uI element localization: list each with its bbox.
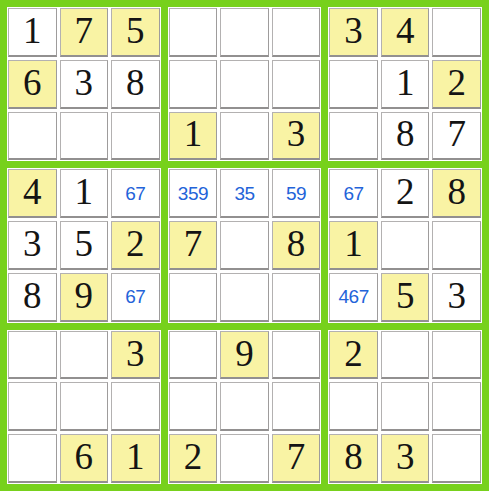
cell-r4c1[interactable]: 4 [8,169,57,218]
cell-r4c4[interactable]: 359 [169,169,218,218]
cell-r6c4[interactable] [169,273,218,322]
sudoku-box-9: 283 [328,330,482,484]
cell-r9c9[interactable] [432,434,481,483]
cell-r2c7[interactable] [329,60,378,109]
cell-r4c7[interactable]: 67 [329,169,378,218]
cell-r1c8[interactable]: 4 [381,8,430,57]
cell-r1c9[interactable] [432,8,481,57]
cell-r6c5[interactable] [220,273,269,322]
cell-r1c3[interactable]: 5 [111,8,160,57]
cell-r1c6[interactable] [272,8,321,57]
cell-r8c8[interactable] [381,382,430,431]
cell-r3c9[interactable]: 7 [432,112,481,161]
sudoku-box-3: 341287 [328,7,482,161]
cell-r6c9[interactable]: 3 [432,273,481,322]
cell-r5c4[interactable]: 7 [169,221,218,270]
cell-r8c5[interactable] [220,382,269,431]
sudoku-board: 1756381334128741673528967359355978672814… [0,0,489,491]
cell-r1c1[interactable]: 1 [8,8,57,57]
cell-r9c3[interactable]: 1 [111,434,160,483]
sudoku-box-6: 6728146753 [328,168,482,322]
sudoku-box-1: 175638 [7,7,161,161]
cell-r4c9[interactable]: 8 [432,169,481,218]
cell-r6c2[interactable]: 9 [60,273,109,322]
cell-r9c7[interactable]: 8 [329,434,378,483]
cell-r1c2[interactable]: 7 [60,8,109,57]
cell-r3c4[interactable]: 1 [169,112,218,161]
cell-r2c1[interactable]: 6 [8,60,57,109]
cell-r8c3[interactable] [111,382,160,431]
cell-r8c1[interactable] [8,382,57,431]
cell-r6c8[interactable]: 5 [381,273,430,322]
cell-r7c9[interactable] [432,331,481,380]
cell-r9c8[interactable]: 3 [381,434,430,483]
cell-r5c6[interactable]: 8 [272,221,321,270]
cell-r4c2[interactable]: 1 [60,169,109,218]
cell-r1c4[interactable] [169,8,218,57]
cell-r3c5[interactable] [220,112,269,161]
cell-r2c9[interactable]: 2 [432,60,481,109]
cell-r8c2[interactable] [60,382,109,431]
sudoku-box-7: 361 [7,330,161,484]
cell-r3c1[interactable] [8,112,57,161]
cell-r2c4[interactable] [169,60,218,109]
cell-r4c5[interactable]: 35 [220,169,269,218]
cell-r3c3[interactable] [111,112,160,161]
cell-r5c5[interactable] [220,221,269,270]
cell-r4c6[interactable]: 59 [272,169,321,218]
cell-r7c6[interactable] [272,331,321,380]
cell-r1c5[interactable] [220,8,269,57]
cell-r5c7[interactable]: 1 [329,221,378,270]
sudoku-box-2: 13 [168,7,322,161]
cell-r9c2[interactable]: 6 [60,434,109,483]
cell-r7c3[interactable]: 3 [111,331,160,380]
cell-r8c6[interactable] [272,382,321,431]
cell-r8c4[interactable] [169,382,218,431]
cell-r2c2[interactable]: 3 [60,60,109,109]
cell-r1c7[interactable]: 3 [329,8,378,57]
cell-r8c7[interactable] [329,382,378,431]
cell-r2c3[interactable]: 8 [111,60,160,109]
cell-r7c1[interactable] [8,331,57,380]
cell-r6c3[interactable]: 67 [111,273,160,322]
cell-r5c1[interactable]: 3 [8,221,57,270]
cell-r3c2[interactable] [60,112,109,161]
cell-r4c3[interactable]: 67 [111,169,160,218]
cell-r6c1[interactable]: 8 [8,273,57,322]
cell-r5c2[interactable]: 5 [60,221,109,270]
cell-r7c7[interactable]: 2 [329,331,378,380]
cell-r9c6[interactable]: 7 [272,434,321,483]
cell-r5c8[interactable] [381,221,430,270]
cell-r2c6[interactable] [272,60,321,109]
sudoku-box-5: 359355978 [168,168,322,322]
cell-r8c9[interactable] [432,382,481,431]
cell-r5c3[interactable]: 2 [111,221,160,270]
cell-r7c4[interactable] [169,331,218,380]
cell-r4c8[interactable]: 2 [381,169,430,218]
cell-r2c8[interactable]: 1 [381,60,430,109]
cell-r3c8[interactable]: 8 [381,112,430,161]
cell-r9c5[interactable] [220,434,269,483]
cell-r9c4[interactable]: 2 [169,434,218,483]
cell-r9c1[interactable] [8,434,57,483]
cell-r6c7[interactable]: 467 [329,273,378,322]
cell-r7c2[interactable] [60,331,109,380]
cell-r7c8[interactable] [381,331,430,380]
cell-r3c7[interactable] [329,112,378,161]
cell-r7c5[interactable]: 9 [220,331,269,380]
cell-r3c6[interactable]: 3 [272,112,321,161]
sudoku-box-4: 41673528967 [7,168,161,322]
cell-r2c5[interactable] [220,60,269,109]
sudoku-box-8: 927 [168,330,322,484]
cell-r5c9[interactable] [432,221,481,270]
cell-r6c6[interactable] [272,273,321,322]
